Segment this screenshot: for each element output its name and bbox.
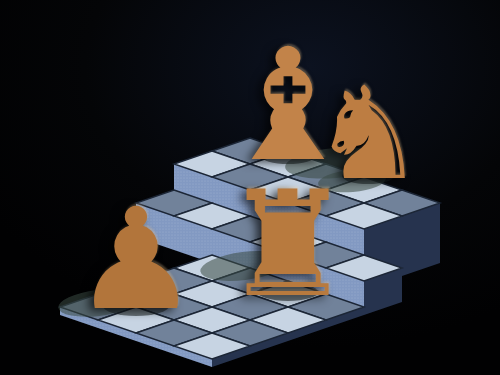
scene: ♝ ♞ ♜ ♟: [0, 0, 500, 375]
white-pawn[interactable]: ♟: [73, 190, 199, 330]
white-rook[interactable]: ♜: [223, 171, 354, 317]
